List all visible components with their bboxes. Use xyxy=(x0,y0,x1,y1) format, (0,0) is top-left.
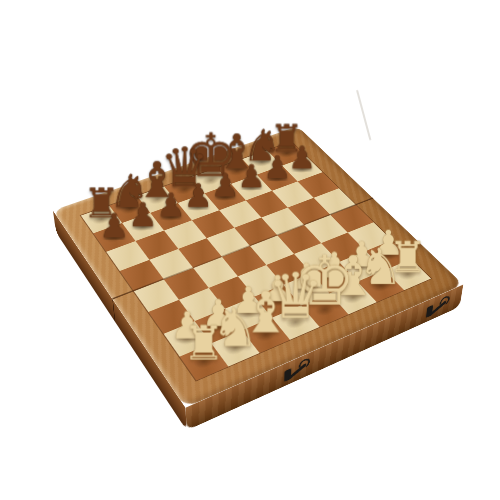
white-rook-glyph: ♜ xyxy=(163,320,244,367)
scene: ♜♞♝♛♚♝♞♜♟♟♟♟♟♟♟♟♟♟♟♟♟♟♟♟♜♞♝♛♚♝♞♜ xyxy=(0,0,500,500)
pieces-layer: ♜♞♝♛♚♝♞♜♟♟♟♟♟♟♟♟♟♟♟♟♟♟♟♟♜♞♝♛♚♝♞♜ xyxy=(53,126,463,407)
clasp-latch-2 xyxy=(424,296,448,324)
clasp-hook xyxy=(297,358,312,369)
chess-box: ♜♞♝♛♚♝♞♜♟♟♟♟♟♟♟♟♟♟♟♟♟♟♟♟♜♞♝♛♚♝♞♜ xyxy=(53,126,463,407)
clasp-latch-1 xyxy=(283,358,308,387)
clasp-hook xyxy=(438,296,452,306)
photo-canvas: ♜♞♝♛♚♝♞♜♟♟♟♟♟♟♟♟♟♟♟♟♟♟♟♟♜♞♝♛♚♝♞♜ xyxy=(0,0,500,500)
